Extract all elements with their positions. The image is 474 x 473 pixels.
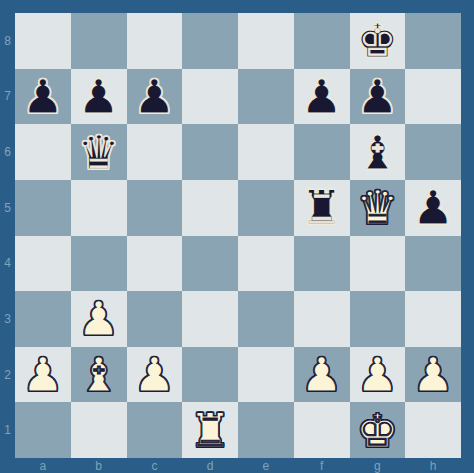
square-a3[interactable] bbox=[15, 291, 71, 347]
square-d5[interactable] bbox=[182, 180, 238, 236]
square-g2[interactable]: ♟ bbox=[350, 347, 406, 403]
piece-white-king[interactable]: ♚ bbox=[350, 402, 406, 458]
square-c5[interactable] bbox=[127, 180, 183, 236]
file-label-e: e bbox=[238, 458, 294, 473]
piece-black-pawn[interactable]: ♟ bbox=[350, 69, 406, 125]
square-f1[interactable] bbox=[294, 402, 350, 458]
rank-label-5: 5 bbox=[0, 180, 15, 236]
square-g4[interactable] bbox=[350, 236, 406, 292]
piece-black-rook[interactable]: ♜ bbox=[294, 180, 350, 236]
square-e3[interactable] bbox=[238, 291, 294, 347]
piece-black-bishop[interactable]: ♝ bbox=[350, 124, 406, 180]
square-d7[interactable] bbox=[182, 69, 238, 125]
square-c8[interactable] bbox=[127, 13, 183, 69]
file-label-g: g bbox=[350, 458, 406, 473]
square-a2[interactable]: ♟ bbox=[15, 347, 71, 403]
square-c4[interactable] bbox=[127, 236, 183, 292]
rank-label-1: 1 bbox=[0, 402, 15, 458]
file-label-f: f bbox=[294, 458, 350, 473]
square-b4[interactable] bbox=[71, 236, 127, 292]
square-a8[interactable] bbox=[15, 13, 71, 69]
square-g3[interactable] bbox=[350, 291, 406, 347]
square-e2[interactable] bbox=[238, 347, 294, 403]
piece-black-king[interactable]: ♚ bbox=[350, 13, 406, 69]
piece-black-queen[interactable]: ♛ bbox=[71, 124, 127, 180]
file-labels: abcdefgh bbox=[15, 458, 461, 473]
piece-white-pawn[interactable]: ♟ bbox=[350, 347, 406, 403]
square-e5[interactable] bbox=[238, 180, 294, 236]
square-f6[interactable] bbox=[294, 124, 350, 180]
square-f7[interactable]: ♟ bbox=[294, 69, 350, 125]
file-label-c: c bbox=[127, 458, 183, 473]
square-d8[interactable] bbox=[182, 13, 238, 69]
square-f3[interactable] bbox=[294, 291, 350, 347]
square-c2[interactable]: ♟ bbox=[127, 347, 183, 403]
square-b5[interactable] bbox=[71, 180, 127, 236]
piece-white-pawn[interactable]: ♟ bbox=[294, 347, 350, 403]
square-b3[interactable]: ♟ bbox=[71, 291, 127, 347]
piece-black-pawn[interactable]: ♟ bbox=[405, 180, 461, 236]
rank-label-3: 3 bbox=[0, 291, 15, 347]
square-g7[interactable]: ♟ bbox=[350, 69, 406, 125]
piece-white-pawn[interactable]: ♟ bbox=[71, 291, 127, 347]
square-f5[interactable]: ♜ bbox=[294, 180, 350, 236]
square-c1[interactable] bbox=[127, 402, 183, 458]
square-h8[interactable] bbox=[405, 13, 461, 69]
square-g5[interactable]: ♛ bbox=[350, 180, 406, 236]
piece-white-rook[interactable]: ♜ bbox=[182, 402, 238, 458]
rank-labels: 87654321 bbox=[0, 13, 15, 458]
square-c6[interactable] bbox=[127, 124, 183, 180]
piece-black-pawn[interactable]: ♟ bbox=[294, 69, 350, 125]
file-label-b: b bbox=[71, 458, 127, 473]
square-g8[interactable]: ♚ bbox=[350, 13, 406, 69]
piece-white-bishop[interactable]: ♝ bbox=[71, 347, 127, 403]
file-label-d: d bbox=[182, 458, 238, 473]
file-label-a: a bbox=[15, 458, 71, 473]
piece-white-queen[interactable]: ♛ bbox=[350, 180, 406, 236]
square-h7[interactable] bbox=[405, 69, 461, 125]
square-h5[interactable]: ♟ bbox=[405, 180, 461, 236]
square-f2[interactable]: ♟ bbox=[294, 347, 350, 403]
square-f4[interactable] bbox=[294, 236, 350, 292]
square-b1[interactable] bbox=[71, 402, 127, 458]
chess-board-frame: 87654321 ♚♟♟♟♟♟♛♝♜♛♟♟♟♝♟♟♟♟♜♚ abcdefgh bbox=[0, 0, 474, 473]
square-d3[interactable] bbox=[182, 291, 238, 347]
square-d4[interactable] bbox=[182, 236, 238, 292]
piece-white-pawn[interactable]: ♟ bbox=[405, 347, 461, 403]
square-b8[interactable] bbox=[71, 13, 127, 69]
square-g6[interactable]: ♝ bbox=[350, 124, 406, 180]
square-e7[interactable] bbox=[238, 69, 294, 125]
square-h6[interactable] bbox=[405, 124, 461, 180]
square-e1[interactable] bbox=[238, 402, 294, 458]
piece-black-pawn[interactable]: ♟ bbox=[127, 69, 183, 125]
square-a5[interactable] bbox=[15, 180, 71, 236]
square-a7[interactable]: ♟ bbox=[15, 69, 71, 125]
square-c3[interactable] bbox=[127, 291, 183, 347]
rank-label-6: 6 bbox=[0, 124, 15, 180]
square-c7[interactable]: ♟ bbox=[127, 69, 183, 125]
file-label-h: h bbox=[405, 458, 461, 473]
square-b7[interactable]: ♟ bbox=[71, 69, 127, 125]
square-h4[interactable] bbox=[405, 236, 461, 292]
piece-white-pawn[interactable]: ♟ bbox=[15, 347, 71, 403]
piece-black-pawn[interactable]: ♟ bbox=[71, 69, 127, 125]
square-d6[interactable] bbox=[182, 124, 238, 180]
square-f8[interactable] bbox=[294, 13, 350, 69]
square-e6[interactable] bbox=[238, 124, 294, 180]
square-d1[interactable]: ♜ bbox=[182, 402, 238, 458]
rank-label-8: 8 bbox=[0, 13, 15, 69]
rank-label-2: 2 bbox=[0, 347, 15, 403]
rank-label-4: 4 bbox=[0, 236, 15, 292]
square-b6[interactable]: ♛ bbox=[71, 124, 127, 180]
rank-label-7: 7 bbox=[0, 69, 15, 125]
square-e4[interactable] bbox=[238, 236, 294, 292]
square-h2[interactable]: ♟ bbox=[405, 347, 461, 403]
square-h3[interactable] bbox=[405, 291, 461, 347]
square-a4[interactable] bbox=[15, 236, 71, 292]
square-a6[interactable] bbox=[15, 124, 71, 180]
square-d2[interactable] bbox=[182, 347, 238, 403]
square-h1[interactable] bbox=[405, 402, 461, 458]
chess-board: ♚♟♟♟♟♟♛♝♜♛♟♟♟♝♟♟♟♟♜♚ bbox=[15, 13, 461, 458]
square-g1[interactable]: ♚ bbox=[350, 402, 406, 458]
square-e8[interactable] bbox=[238, 13, 294, 69]
piece-white-pawn[interactable]: ♟ bbox=[127, 347, 183, 403]
piece-black-pawn[interactable]: ♟ bbox=[15, 69, 71, 125]
square-a1[interactable] bbox=[15, 402, 71, 458]
square-b2[interactable]: ♝ bbox=[71, 347, 127, 403]
